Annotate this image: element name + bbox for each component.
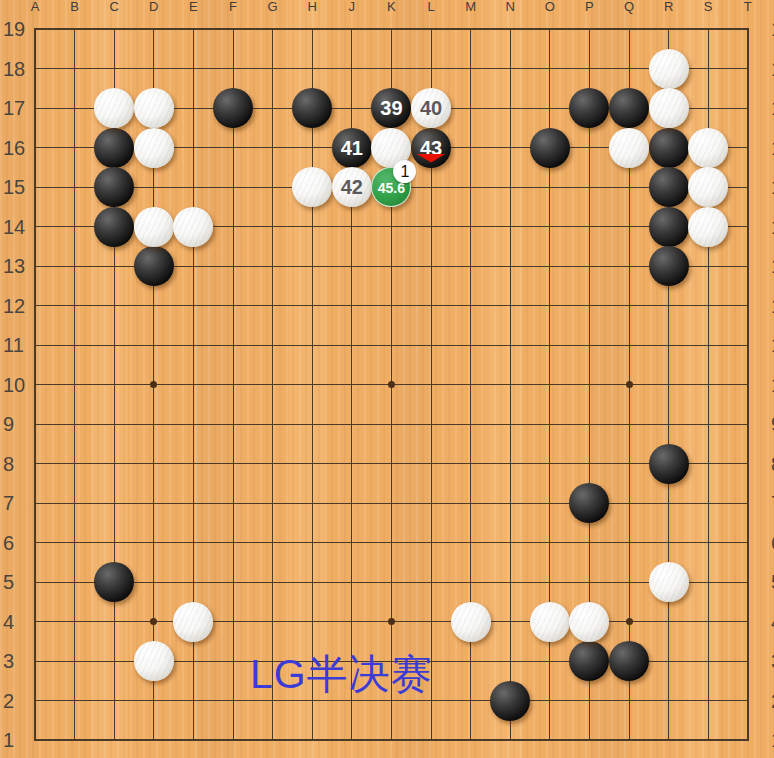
stone-white-E4[interactable]: [173, 602, 213, 642]
event-caption: LG半决赛: [250, 647, 433, 702]
move-number-label: 39: [371, 88, 411, 128]
stone-black-O16[interactable]: [530, 128, 570, 168]
column-label: P: [577, 0, 601, 13]
ai-rank-badge: 1: [393, 160, 416, 183]
row-label-left: 18: [3, 58, 33, 80]
stone-black-R8[interactable]: [649, 444, 689, 484]
column-label: S: [696, 0, 720, 13]
column-label: J: [340, 0, 364, 13]
grid-line-horizontal: [34, 503, 749, 504]
row-label-left: 16: [3, 137, 33, 159]
row-label-left: 15: [3, 176, 33, 198]
go-board[interactable]: ABCDEFGHJKLMNOPQRST191918181717161615151…: [0, 0, 774, 758]
ai-suggestion-stone-K15[interactable]: 45.61: [371, 167, 411, 207]
stone-white-D14[interactable]: [134, 207, 174, 247]
stone-black-N2[interactable]: [490, 681, 530, 721]
stone-black-R13[interactable]: [649, 246, 689, 286]
row-label-left: 4: [3, 611, 33, 633]
stone-black-P7[interactable]: [569, 483, 609, 523]
row-label-left: 13: [3, 255, 33, 277]
row-label-left: 14: [3, 216, 33, 238]
column-label: M: [459, 0, 483, 13]
row-label-left: 2: [3, 690, 33, 712]
grid-line-horizontal: [34, 463, 749, 464]
stone-white-C17[interactable]: [94, 88, 134, 128]
column-label: K: [379, 0, 403, 13]
star-point: [388, 381, 395, 388]
stone-white-Q16[interactable]: [609, 128, 649, 168]
stone-black-C14[interactable]: [94, 207, 134, 247]
stone-black-Q3[interactable]: [609, 641, 649, 681]
move-number-label: 42: [332, 167, 372, 207]
column-label: C: [102, 0, 126, 13]
stone-white-R17[interactable]: [649, 88, 689, 128]
row-label-left: 12: [3, 295, 33, 317]
stone-white-O4[interactable]: [530, 602, 570, 642]
star-point: [388, 618, 395, 625]
stone-white-R5[interactable]: [649, 562, 689, 602]
stone-black-P3[interactable]: [569, 641, 609, 681]
star-point: [626, 618, 633, 625]
stone-black-C5[interactable]: [94, 562, 134, 602]
row-label-left: 7: [3, 492, 33, 514]
stone-white-J15[interactable]: 42: [332, 167, 372, 207]
move-number-label: 40: [411, 88, 451, 128]
grid-line-horizontal: [34, 739, 749, 741]
stone-white-P4[interactable]: [569, 602, 609, 642]
stone-white-D17[interactable]: [134, 88, 174, 128]
column-label: T: [736, 0, 760, 13]
row-label-left: 3: [3, 650, 33, 672]
stone-white-S14[interactable]: [688, 207, 728, 247]
stone-white-R18[interactable]: [649, 49, 689, 89]
column-label: L: [419, 0, 443, 13]
stone-black-R16[interactable]: [649, 128, 689, 168]
stone-black-C16[interactable]: [94, 128, 134, 168]
stone-white-M4[interactable]: [451, 602, 491, 642]
grid-line-horizontal: [34, 542, 749, 543]
stone-white-S16[interactable]: [688, 128, 728, 168]
column-label: Q: [617, 0, 641, 13]
stone-white-E14[interactable]: [173, 207, 213, 247]
row-label-left: 11: [3, 334, 33, 356]
star-point: [150, 618, 157, 625]
column-label: G: [261, 0, 285, 13]
stone-black-R15[interactable]: [649, 167, 689, 207]
grid-line-vertical: [747, 28, 749, 741]
column-label: O: [538, 0, 562, 13]
stone-white-D3[interactable]: [134, 641, 174, 681]
stone-white-S15[interactable]: [688, 167, 728, 207]
row-label-left: 5: [3, 571, 33, 593]
stone-black-L16[interactable]: 43: [411, 128, 451, 168]
column-label: N: [498, 0, 522, 13]
row-label-left: 1: [3, 729, 33, 751]
row-label-left: 17: [3, 97, 33, 119]
stone-black-J16[interactable]: 41: [332, 128, 372, 168]
grid-line-vertical: [510, 28, 511, 741]
column-label: R: [657, 0, 681, 13]
stone-black-C15[interactable]: [94, 167, 134, 207]
stone-black-K17[interactable]: 39: [371, 88, 411, 128]
row-label-left: 9: [3, 413, 33, 435]
stone-black-F17[interactable]: [213, 88, 253, 128]
column-label: D: [142, 0, 166, 13]
move-number-label: 41: [332, 128, 372, 168]
row-label-left: 6: [3, 532, 33, 554]
star-point: [626, 381, 633, 388]
stone-white-H15[interactable]: [292, 167, 332, 207]
column-label: F: [221, 0, 245, 13]
row-label-left: 10: [3, 374, 33, 396]
stone-black-D13[interactable]: [134, 246, 174, 286]
stone-black-Q17[interactable]: [609, 88, 649, 128]
column-label: E: [181, 0, 205, 13]
grid-line-horizontal: [34, 424, 749, 425]
stone-white-D16[interactable]: [134, 128, 174, 168]
stone-black-H17[interactable]: [292, 88, 332, 128]
column-label: H: [300, 0, 324, 13]
stone-black-R14[interactable]: [649, 207, 689, 247]
stone-white-L17[interactable]: 40: [411, 88, 451, 128]
grid-line-horizontal: [34, 582, 749, 583]
stone-black-P17[interactable]: [569, 88, 609, 128]
star-point: [150, 381, 157, 388]
row-label-left: 19: [3, 18, 33, 40]
column-label: A: [23, 0, 47, 13]
column-label: B: [63, 0, 87, 13]
row-label-left: 8: [3, 453, 33, 475]
